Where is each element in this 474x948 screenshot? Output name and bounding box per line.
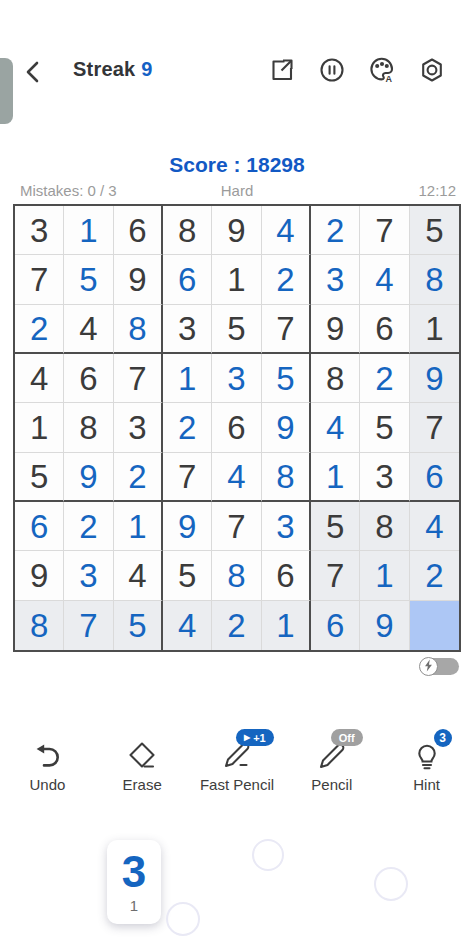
cell-r2c5[interactable]: 1 bbox=[212, 255, 261, 304]
page-title: Streak 9 bbox=[73, 58, 152, 81]
decorative-bubble bbox=[252, 839, 284, 871]
cell-r1c4[interactable]: 8 bbox=[163, 206, 212, 255]
lightning-icon bbox=[423, 658, 434, 676]
back-chevron-icon bbox=[20, 57, 50, 87]
play-icon: ▶ bbox=[244, 733, 250, 742]
cell-r8c6[interactable]: 6 bbox=[262, 551, 311, 600]
cell-r6c9[interactable]: 6 bbox=[410, 453, 459, 502]
cell-r3c7[interactable]: 9 bbox=[311, 305, 360, 354]
cell-r6c7[interactable]: 1 bbox=[311, 453, 360, 502]
cell-r2c1[interactable]: 7 bbox=[15, 255, 64, 304]
numpad-digit: 3 bbox=[122, 850, 146, 894]
cell-r1c3[interactable]: 6 bbox=[114, 206, 163, 255]
cell-r8c9[interactable]: 2 bbox=[410, 551, 459, 600]
app-bar: Streak 9 bbox=[0, 48, 474, 96]
score-text: Score : 18298 bbox=[0, 153, 474, 177]
cell-r6c6[interactable]: 8 bbox=[262, 453, 311, 502]
cell-r7c5[interactable]: 7 bbox=[212, 502, 261, 551]
cell-r8c1[interactable]: 9 bbox=[15, 551, 64, 600]
cell-r9c6[interactable]: 1 bbox=[262, 601, 311, 650]
cell-r1c7[interactable]: 2 bbox=[311, 206, 360, 255]
fast-pencil-label: Fast Pencil bbox=[200, 776, 274, 793]
cell-r4c7[interactable]: 8 bbox=[311, 354, 360, 403]
cell-r1c1[interactable]: 3 bbox=[15, 206, 64, 255]
cell-r9c2[interactable]: 7 bbox=[64, 601, 113, 650]
pencil-badge-text: Off bbox=[339, 732, 355, 744]
cell-r6c3[interactable]: 2 bbox=[114, 453, 163, 502]
settings-button[interactable] bbox=[418, 56, 446, 84]
status-row: Mistakes: 0 / 3 Hard 12:12 bbox=[0, 182, 474, 199]
cell-r3c2[interactable]: 4 bbox=[64, 305, 113, 354]
streak-label: Streak bbox=[73, 58, 135, 80]
pencil-icon: Off bbox=[317, 738, 347, 770]
hint-count-badge: 3 bbox=[434, 729, 452, 747]
cell-r1c5[interactable]: 9 bbox=[212, 206, 261, 255]
cell-r3c9[interactable]: 1 bbox=[410, 305, 459, 354]
hint-label: Hint bbox=[413, 776, 440, 793]
cell-r5c4[interactable]: 2 bbox=[163, 403, 212, 452]
pencil-off-badge: Off bbox=[331, 729, 363, 746]
cell-r8c7[interactable]: 7 bbox=[311, 551, 360, 600]
numpad-key-3[interactable]: 3 1 bbox=[107, 840, 161, 924]
cell-r9c7[interactable]: 6 bbox=[311, 601, 360, 650]
theme-palette-icon: A bbox=[368, 56, 396, 84]
cell-r7c6[interactable]: 3 bbox=[262, 502, 311, 551]
cell-r4c2[interactable]: 6 bbox=[64, 354, 113, 403]
cell-r3c4[interactable]: 3 bbox=[163, 305, 212, 354]
cell-r8c4[interactable]: 5 bbox=[163, 551, 212, 600]
cell-r6c5[interactable]: 4 bbox=[212, 453, 261, 502]
pause-icon bbox=[318, 56, 346, 84]
cell-r2c9[interactable]: 8 bbox=[410, 255, 459, 304]
eraser-icon bbox=[127, 738, 157, 770]
cell-r9c3[interactable]: 5 bbox=[114, 601, 163, 650]
erase-button[interactable]: Erase bbox=[95, 738, 190, 793]
share-button[interactable] bbox=[268, 56, 296, 84]
cell-r3c3[interactable]: 8 bbox=[114, 305, 163, 354]
cell-r9c5[interactable]: 2 bbox=[212, 601, 261, 650]
svg-text:A: A bbox=[386, 74, 393, 84]
cell-r7c7[interactable]: 5 bbox=[311, 502, 360, 551]
difficulty-label: Hard bbox=[0, 182, 474, 199]
cell-r5c2[interactable]: 8 bbox=[64, 403, 113, 452]
cell-r9c4[interactable]: 4 bbox=[163, 601, 212, 650]
lightbulb-icon: 3 bbox=[412, 738, 442, 770]
cell-r2c4[interactable]: 6 bbox=[163, 255, 212, 304]
settings-gear-icon bbox=[418, 56, 446, 84]
cell-r4c6[interactable]: 5 bbox=[262, 354, 311, 403]
hint-button[interactable]: 3 Hint bbox=[379, 738, 474, 793]
cell-r7c1[interactable]: 6 bbox=[15, 502, 64, 551]
cell-r5c6[interactable]: 9 bbox=[262, 403, 311, 452]
app-bar-actions: A bbox=[268, 56, 446, 84]
cell-r7c3[interactable]: 1 bbox=[114, 502, 163, 551]
fast-pencil-icon: ▶ +1 bbox=[222, 738, 252, 770]
back-button[interactable] bbox=[20, 56, 50, 88]
toggle-knob bbox=[419, 657, 438, 676]
cell-r9c9[interactable] bbox=[410, 601, 459, 650]
cell-r3c6[interactable]: 7 bbox=[262, 305, 311, 354]
cell-r7c9[interactable]: 4 bbox=[410, 502, 459, 551]
cell-r1c2[interactable]: 1 bbox=[64, 206, 113, 255]
pause-button[interactable] bbox=[318, 56, 346, 84]
cell-r9c1[interactable]: 8 bbox=[15, 601, 64, 650]
numpad-remaining-count: 1 bbox=[130, 897, 138, 914]
cell-r5c1[interactable]: 1 bbox=[15, 403, 64, 452]
cell-r6c4[interactable]: 7 bbox=[163, 453, 212, 502]
cell-r5c5[interactable]: 6 bbox=[212, 403, 261, 452]
cell-r2c2[interactable]: 5 bbox=[64, 255, 113, 304]
erase-label: Erase bbox=[123, 776, 162, 793]
fast-mode-toggle[interactable] bbox=[419, 657, 459, 676]
cell-r5c7[interactable]: 4 bbox=[311, 403, 360, 452]
pencil-button[interactable]: Off Pencil bbox=[284, 738, 379, 793]
hint-badge-text: 3 bbox=[439, 731, 446, 745]
cell-r3c1[interactable]: 2 bbox=[15, 305, 64, 354]
cell-r8c2[interactable]: 3 bbox=[64, 551, 113, 600]
cell-r2c6[interactable]: 2 bbox=[262, 255, 311, 304]
cell-r7c4[interactable]: 9 bbox=[163, 502, 212, 551]
cell-r5c9[interactable]: 7 bbox=[410, 403, 459, 452]
cell-r4c4[interactable]: 1 bbox=[163, 354, 212, 403]
cell-r7c2[interactable]: 2 bbox=[64, 502, 113, 551]
cell-r2c8[interactable]: 4 bbox=[360, 255, 409, 304]
undo-arrow-icon bbox=[32, 738, 62, 770]
share-icon bbox=[268, 56, 296, 84]
cell-r6c2[interactable]: 9 bbox=[64, 453, 113, 502]
cell-r6c8[interactable]: 3 bbox=[360, 453, 409, 502]
toolbar: Undo Erase ▶ +1 Fast bbox=[0, 738, 474, 793]
cell-r2c7[interactable]: 3 bbox=[311, 255, 360, 304]
cell-r8c5[interactable]: 8 bbox=[212, 551, 261, 600]
cell-r7c8[interactable]: 8 bbox=[360, 502, 409, 551]
decorative-bubble bbox=[374, 867, 408, 901]
fast-pencil-badge-text: +1 bbox=[253, 732, 266, 744]
pencil-label: Pencil bbox=[311, 776, 352, 793]
cell-r4c5[interactable]: 3 bbox=[212, 354, 261, 403]
cell-r4c9[interactable]: 9 bbox=[410, 354, 459, 403]
decorative-bubble bbox=[166, 902, 200, 936]
fast-pencil-reward-badge: ▶ +1 bbox=[236, 729, 274, 746]
cell-r3c8[interactable]: 6 bbox=[360, 305, 409, 354]
sudoku-grid: 3168942757596123482483579614671358291832… bbox=[13, 204, 461, 652]
cell-r4c3[interactable]: 7 bbox=[114, 354, 163, 403]
cell-r5c8[interactable]: 5 bbox=[360, 403, 409, 452]
undo-button[interactable]: Undo bbox=[0, 738, 95, 793]
theme-button[interactable]: A bbox=[368, 56, 396, 84]
sudoku-app-screen: Streak 9 bbox=[0, 0, 474, 948]
undo-label: Undo bbox=[29, 776, 65, 793]
cell-r6c1[interactable]: 5 bbox=[15, 453, 64, 502]
cell-r9c8[interactable]: 9 bbox=[360, 601, 409, 650]
cell-r5c3[interactable]: 3 bbox=[114, 403, 163, 452]
streak-value: 9 bbox=[141, 58, 152, 80]
cell-r8c8[interactable]: 1 bbox=[360, 551, 409, 600]
cell-r1c9[interactable]: 5 bbox=[410, 206, 459, 255]
cell-r3c5[interactable]: 5 bbox=[212, 305, 261, 354]
cell-r4c8[interactable]: 2 bbox=[360, 354, 409, 403]
cell-r8c3[interactable]: 4 bbox=[114, 551, 163, 600]
cell-r4c1[interactable]: 4 bbox=[15, 354, 64, 403]
cell-r1c8[interactable]: 7 bbox=[360, 206, 409, 255]
cell-r1c6[interactable]: 4 bbox=[262, 206, 311, 255]
cell-r2c3[interactable]: 9 bbox=[114, 255, 163, 304]
fast-pencil-button[interactable]: ▶ +1 Fast Pencil bbox=[190, 738, 285, 793]
